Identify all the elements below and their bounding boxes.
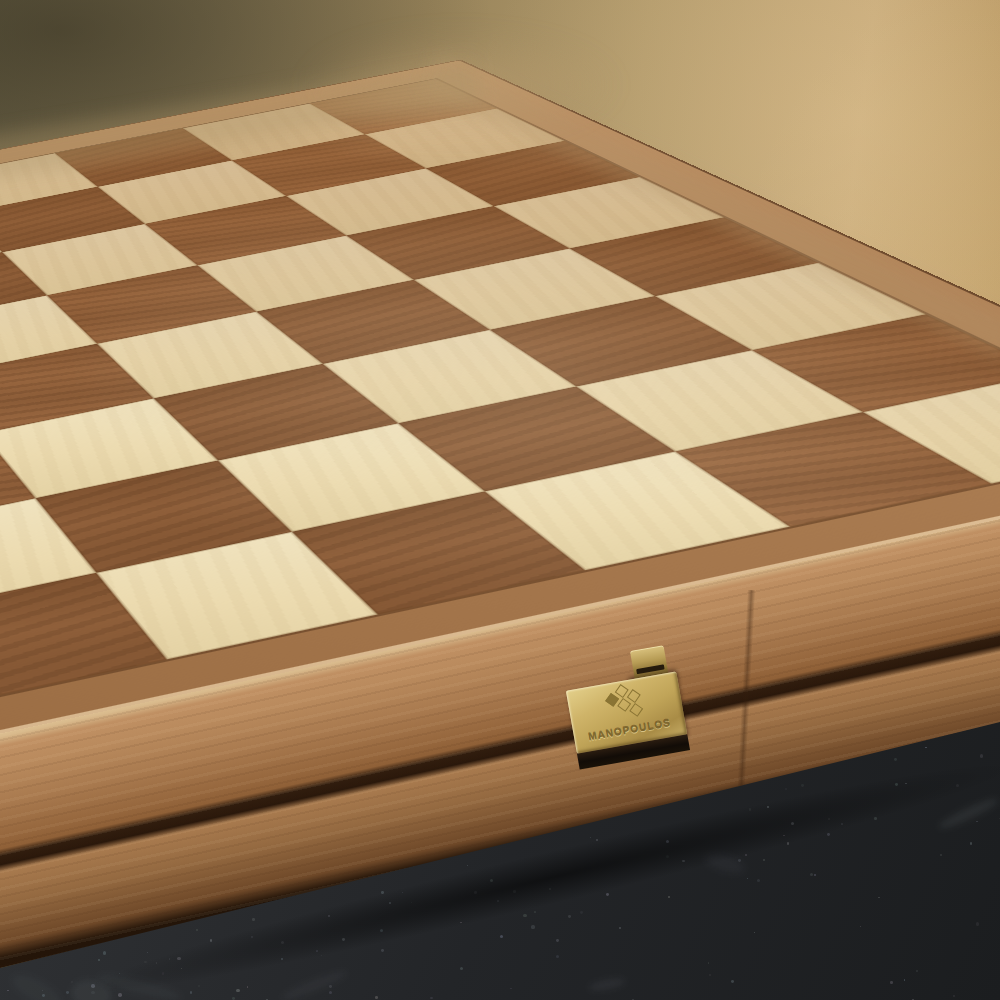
clasp-slot (636, 664, 664, 674)
scene: MANOPOULOS (0, 0, 1000, 1000)
clasp: MANOPOULOS (556, 635, 705, 776)
manopoulos-logo-icon (600, 682, 649, 723)
